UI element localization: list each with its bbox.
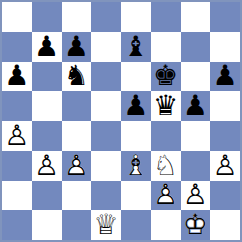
black-king-glyph: ♚: [151, 62, 181, 92]
square-a2[interactable]: [2, 181, 32, 211]
square-d6[interactable]: [91, 62, 121, 92]
square-e1[interactable]: [121, 210, 151, 240]
square-h7[interactable]: [210, 32, 240, 62]
square-g2[interactable]: ♟♙: [181, 181, 211, 211]
white-pawn-outline: ♙: [2, 121, 32, 151]
square-b8[interactable]: [32, 2, 62, 32]
black-pawn-glyph: ♟: [121, 91, 151, 121]
square-d7[interactable]: [91, 32, 121, 62]
black-bishop-glyph: ♝: [121, 32, 151, 62]
white-pawn-outline: ♙: [151, 181, 181, 211]
white-queen-outline: ♕: [91, 210, 121, 240]
square-e3[interactable]: ♝♗: [121, 151, 151, 181]
square-g3[interactable]: [181, 151, 211, 181]
square-b7[interactable]: ♟: [32, 32, 62, 62]
black-knight-glyph: ♞: [62, 62, 92, 92]
chess-board: ♟♟♝♟♞♚♟♟♛♟♟♙♟♙♟♙♝♗♞♘♟♙♟♙♟♙♛♕♚♔: [0, 0, 242, 242]
square-e8[interactable]: [121, 2, 151, 32]
piece-white-knight: ♞♘: [151, 151, 181, 181]
square-h1[interactable]: [210, 210, 240, 240]
square-d2[interactable]: [91, 181, 121, 211]
piece-white-bishop: ♝♗: [121, 151, 151, 181]
black-pawn-glyph: ♟: [32, 32, 62, 62]
black-pawn-glyph: ♟: [2, 62, 32, 92]
square-h4[interactable]: [210, 121, 240, 151]
square-c4[interactable]: [62, 121, 92, 151]
square-f2[interactable]: ♟♙: [151, 181, 181, 211]
square-f3[interactable]: ♞♘: [151, 151, 181, 181]
square-e4[interactable]: [121, 121, 151, 151]
piece-black-pawn: ♟: [62, 32, 92, 62]
square-b2[interactable]: [32, 181, 62, 211]
square-f1[interactable]: [151, 210, 181, 240]
square-g8[interactable]: [181, 2, 211, 32]
black-pawn-glyph: ♟: [62, 32, 92, 62]
square-c8[interactable]: [62, 2, 92, 32]
piece-black-pawn: ♟: [210, 62, 240, 92]
piece-white-king: ♚♔: [181, 210, 211, 240]
square-c3[interactable]: ♟♙: [62, 151, 92, 181]
piece-black-pawn: ♟: [32, 32, 62, 62]
piece-white-pawn: ♟♙: [210, 151, 240, 181]
square-d5[interactable]: [91, 91, 121, 121]
piece-white-pawn: ♟♙: [151, 181, 181, 211]
square-h2[interactable]: [210, 181, 240, 211]
piece-black-queen: ♛: [151, 91, 181, 121]
square-f7[interactable]: [151, 32, 181, 62]
white-pawn-outline: ♙: [32, 151, 62, 181]
square-e2[interactable]: [121, 181, 151, 211]
piece-black-pawn: ♟: [2, 62, 32, 92]
square-b5[interactable]: [32, 91, 62, 121]
white-pawn-outline: ♙: [62, 151, 92, 181]
square-b3[interactable]: ♟♙: [32, 151, 62, 181]
square-f5[interactable]: ♛: [151, 91, 181, 121]
square-d8[interactable]: [91, 2, 121, 32]
piece-black-knight: ♞: [62, 62, 92, 92]
black-pawn-glyph: ♟: [210, 62, 240, 92]
square-c2[interactable]: [62, 181, 92, 211]
square-e6[interactable]: [121, 62, 151, 92]
piece-black-pawn: ♟: [121, 91, 151, 121]
square-a5[interactable]: [2, 91, 32, 121]
piece-black-pawn: ♟: [181, 91, 211, 121]
white-pawn-outline: ♙: [210, 151, 240, 181]
square-f8[interactable]: [151, 2, 181, 32]
black-pawn-glyph: ♟: [181, 91, 211, 121]
square-h8[interactable]: [210, 2, 240, 32]
square-h3[interactable]: ♟♙: [210, 151, 240, 181]
square-c7[interactable]: ♟: [62, 32, 92, 62]
black-queen-glyph: ♛: [151, 91, 181, 121]
square-e7[interactable]: ♝: [121, 32, 151, 62]
white-pawn-outline: ♙: [181, 181, 211, 211]
square-g4[interactable]: [181, 121, 211, 151]
square-g1[interactable]: ♚♔: [181, 210, 211, 240]
square-b4[interactable]: [32, 121, 62, 151]
piece-white-pawn: ♟♙: [62, 151, 92, 181]
square-h6[interactable]: ♟: [210, 62, 240, 92]
piece-black-king: ♚: [151, 62, 181, 92]
piece-white-pawn: ♟♙: [181, 181, 211, 211]
square-h5[interactable]: [210, 91, 240, 121]
square-a7[interactable]: [2, 32, 32, 62]
piece-white-pawn: ♟♙: [32, 151, 62, 181]
square-d1[interactable]: ♛♕: [91, 210, 121, 240]
square-f6[interactable]: ♚: [151, 62, 181, 92]
square-c1[interactable]: [62, 210, 92, 240]
square-a3[interactable]: [2, 151, 32, 181]
square-g7[interactable]: [181, 32, 211, 62]
square-b6[interactable]: [32, 62, 62, 92]
square-c5[interactable]: [62, 91, 92, 121]
square-a8[interactable]: [2, 2, 32, 32]
square-d3[interactable]: [91, 151, 121, 181]
square-e5[interactable]: ♟: [121, 91, 151, 121]
white-knight-outline: ♘: [151, 151, 181, 181]
square-g5[interactable]: ♟: [181, 91, 211, 121]
square-b1[interactable]: [32, 210, 62, 240]
white-bishop-outline: ♗: [121, 151, 151, 181]
square-d4[interactable]: [91, 121, 121, 151]
square-c6[interactable]: ♞: [62, 62, 92, 92]
square-a1[interactable]: [2, 210, 32, 240]
white-king-outline: ♔: [181, 210, 211, 240]
piece-black-bishop: ♝: [121, 32, 151, 62]
square-f4[interactable]: [151, 121, 181, 151]
square-a6[interactable]: ♟: [2, 62, 32, 92]
square-a4[interactable]: ♟♙: [2, 121, 32, 151]
piece-white-queen: ♛♕: [91, 210, 121, 240]
piece-white-pawn: ♟♙: [2, 121, 32, 151]
square-g6[interactable]: [181, 62, 211, 92]
